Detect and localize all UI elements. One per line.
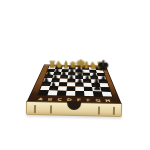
square-d4[interactable]: ♟ [67, 79, 75, 83]
square-b2[interactable]: ♟ [49, 86, 59, 91]
clasp-latch [67, 102, 81, 110]
hinge-mark [49, 105, 51, 113]
chess-set-photo: ♜♞♝♛♚♝♞♜♟♚♟♟♟♟♛♟♟♟♟♟♟♟♟♟♟ ABCDEFGH [0, 0, 150, 150]
black-pawn-d4[interactable]: ♟ [67, 74, 75, 83]
chess-board: ♜♞♝♛♚♝♞♜♟♚♟♟♟♟♛♟♟♟♟♟♟♟♟♟♟ ABCDEFGH [26, 64, 122, 105]
square-g2[interactable]: ♟ [92, 87, 102, 92]
board-perspective-scene: ♜♞♝♛♚♝♞♜♟♚♟♟♟♟♛♟♟♟♟♟♟♟♟♟♟ ABCDEFGH [25, 11, 125, 105]
square-d1[interactable] [66, 91, 75, 96]
board-grid: ♜♞♝♛♚♝♞♜♟♚♟♟♟♟♛♟♟♟♟♟♟♟♟♟♟ [37, 66, 113, 97]
hinge-mark [98, 107, 100, 115]
black-pawn-b2[interactable]: ♟ [49, 81, 58, 91]
chess-set-box: ♜♞♝♛♚♝♞♜♟♚♟♟♟♟♛♟♟♟♟♟♟♟♟♟♟ ABCDEFGH [25, 11, 125, 117]
square-h1[interactable] [102, 92, 113, 97]
box-side [26, 101, 122, 117]
square-f4[interactable]: ♟ [83, 79, 91, 83]
hinge-mark [33, 105, 35, 113]
square-e3[interactable]: ♟ [75, 83, 83, 87]
black-pawn-e3[interactable]: ♟ [75, 77, 84, 86]
hinge-mark [112, 107, 114, 115]
black-pawn-g2[interactable]: ♟ [93, 82, 102, 92]
square-e1[interactable] [75, 91, 84, 96]
black-pawn-f4[interactable]: ♟ [83, 74, 91, 83]
